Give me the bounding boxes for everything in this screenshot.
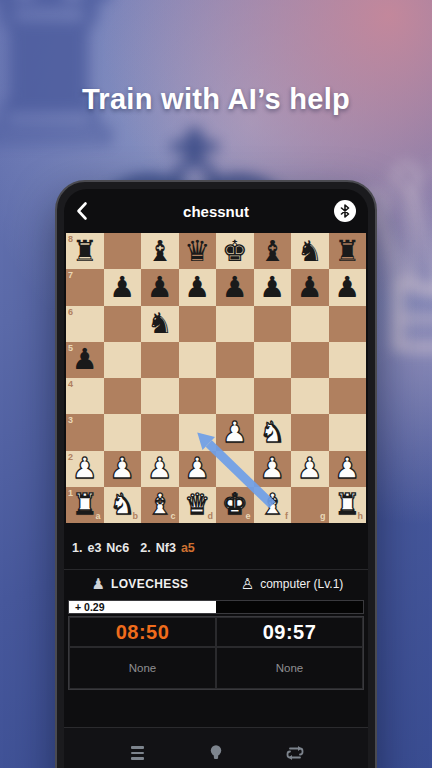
square-d3[interactable] — [179, 414, 217, 450]
square-g2[interactable]: ♟ — [291, 451, 329, 487]
square-b7[interactable]: ♟ — [104, 269, 142, 305]
black-knight[interactable]: ♞ — [141, 306, 179, 342]
square-e8[interactable]: ♚ — [216, 233, 254, 269]
bluetooth-button[interactable] — [334, 200, 356, 222]
square-g7[interactable]: ♟ — [291, 269, 329, 305]
player-right: ♙ computer (Lv.1) — [216, 577, 368, 592]
square-f6[interactable] — [254, 306, 292, 342]
square-b2[interactable]: ♟ — [104, 451, 142, 487]
square-e3[interactable]: ♟ — [216, 414, 254, 450]
square-c3[interactable] — [141, 414, 179, 450]
white-pawn[interactable]: ♟ — [66, 451, 104, 487]
left-clock: 08:50 — [116, 621, 170, 644]
square-a3[interactable]: 3 — [66, 414, 104, 450]
square-h3[interactable] — [329, 414, 367, 450]
square-a2[interactable]: 2♟ — [66, 451, 104, 487]
board-area: 8♜♝♛♚♝♞♜7♟♟♟♟♟♟♟6♞5♟43♟♞2♟♟♟♟♟♟♟1a♜b♞c♝d… — [66, 233, 366, 523]
rank-label-4: 4 — [68, 380, 73, 389]
square-e6[interactable] — [216, 306, 254, 342]
square-b5[interactable] — [104, 342, 142, 378]
evaluation-bar: + 0.29 — [68, 600, 364, 614]
player-left: ♟ LOVECHESS — [64, 577, 216, 592]
right-clock: 09:57 — [263, 621, 317, 644]
clock-table: 08:50 09:57 None None — [68, 616, 364, 690]
square-d5[interactable] — [179, 342, 217, 378]
square-d6[interactable] — [179, 306, 217, 342]
rank-label-6: 6 — [68, 308, 73, 317]
black-pawn[interactable]: ♟ — [254, 269, 292, 305]
square-a1[interactable]: 1a♜ — [66, 487, 104, 523]
black-pawn[interactable]: ♟ — [104, 269, 142, 305]
square-g4[interactable] — [291, 378, 329, 414]
square-e2[interactable] — [216, 451, 254, 487]
left-clock-cell: 08:50 — [69, 617, 216, 647]
move-black-last[interactable]: a5 — [181, 541, 195, 555]
black-rook[interactable]: ♜ — [66, 233, 104, 269]
square-c7[interactable]: ♟ — [141, 269, 179, 305]
white-king[interactable]: ♚ — [216, 487, 254, 523]
square-c2[interactable]: ♟ — [141, 451, 179, 487]
rank-label-7: 7 — [68, 271, 73, 280]
black-pawn[interactable]: ♟ — [66, 342, 104, 378]
app-title: chessnut — [64, 203, 368, 220]
white-pawn[interactable]: ♟ — [254, 451, 292, 487]
black-pawn[interactable]: ♟ — [179, 269, 217, 305]
rank-label-3: 3 — [68, 416, 73, 425]
square-a6[interactable]: 6 — [66, 306, 104, 342]
black-pawn[interactable]: ♟ — [291, 269, 329, 305]
square-d8[interactable]: ♛ — [179, 233, 217, 269]
square-h7[interactable]: ♟ — [329, 269, 367, 305]
square-e7[interactable]: ♟ — [216, 269, 254, 305]
white-pawn[interactable]: ♟ — [179, 451, 217, 487]
app-bar: chessnut — [64, 189, 368, 233]
square-a5[interactable]: 5♟ — [66, 342, 104, 378]
black-bishop[interactable]: ♝ — [141, 233, 179, 269]
square-c5[interactable] — [141, 342, 179, 378]
repeat-icon[interactable] — [284, 743, 306, 763]
square-d4[interactable] — [179, 378, 217, 414]
white-pawn[interactable]: ♟ — [329, 451, 367, 487]
square-a4[interactable]: 4 — [66, 378, 104, 414]
players-row: ♟ LOVECHESS ♙ computer (Lv.1) — [64, 569, 368, 598]
square-c8[interactable]: ♝ — [141, 233, 179, 269]
square-f1[interactable]: f♝ — [254, 487, 292, 523]
white-pawn-icon: ♙ — [241, 577, 254, 592]
black-pawn[interactable]: ♟ — [329, 269, 367, 305]
square-e5[interactable] — [216, 342, 254, 378]
black-knight[interactable]: ♞ — [291, 233, 329, 269]
black-pawn[interactable]: ♟ — [141, 269, 179, 305]
black-bishop[interactable]: ♝ — [254, 233, 292, 269]
white-pawn[interactable]: ♟ — [141, 451, 179, 487]
square-h5[interactable] — [329, 342, 367, 378]
square-b3[interactable] — [104, 414, 142, 450]
square-f2[interactable]: ♟ — [254, 451, 292, 487]
square-b8[interactable] — [104, 233, 142, 269]
app-screen: chessnut 8♜♝♛♚♝♞♜7♟♟♟♟♟♟♟6♞5♟43♟♞2♟♟♟♟♟♟… — [64, 189, 368, 768]
square-b4[interactable] — [104, 378, 142, 414]
square-g1[interactable]: g — [291, 487, 329, 523]
white-rook[interactable]: ♜ — [66, 487, 104, 523]
square-b6[interactable] — [104, 306, 142, 342]
white-knight[interactable]: ♞ — [104, 487, 142, 523]
square-e1[interactable]: e♚ — [216, 487, 254, 523]
move-number: 2. — [140, 541, 150, 555]
black-king[interactable]: ♚ — [216, 233, 254, 269]
white-pawn[interactable]: ♟ — [291, 451, 329, 487]
square-g5[interactable] — [291, 342, 329, 378]
square-d1[interactable]: d♛ — [179, 487, 217, 523]
square-h2[interactable]: ♟ — [329, 451, 367, 487]
square-h8[interactable]: ♜ — [329, 233, 367, 269]
right-pending-cell: None — [216, 647, 363, 689]
square-h1[interactable]: h♜ — [329, 487, 367, 523]
file-label-g: g — [320, 512, 326, 521]
evaluation-white-portion: + 0.29 — [69, 601, 216, 613]
square-f7[interactable]: ♟ — [254, 269, 292, 305]
bluetooth-icon — [339, 204, 351, 218]
phone-mockup: chessnut 8♜♝♛♚♝♞♜7♟♟♟♟♟♟♟6♞5♟43♟♞2♟♟♟♟♟♟… — [55, 180, 377, 768]
black-pawn-icon: ♟ — [91, 577, 104, 592]
move-white[interactable]: Nf3 — [156, 541, 176, 555]
square-a8[interactable]: 8♜ — [66, 233, 104, 269]
square-c6[interactable]: ♞ — [141, 306, 179, 342]
left-pending: None — [129, 662, 157, 674]
white-pawn[interactable]: ♟ — [216, 414, 254, 450]
hero-background: ♜ ♚ ♝ ♕ Train with AI’s help chessnut — [0, 0, 432, 768]
player-left-name: LOVECHESS — [111, 577, 189, 591]
black-rook[interactable]: ♜ — [329, 233, 367, 269]
black-queen[interactable]: ♛ — [179, 233, 217, 269]
move-black[interactable]: Nc6 — [106, 541, 129, 555]
square-d7[interactable]: ♟ — [179, 269, 217, 305]
lightbulb-icon[interactable] — [205, 743, 227, 763]
square-g6[interactable] — [291, 306, 329, 342]
square-a7[interactable]: 7 — [66, 269, 104, 305]
square-c1[interactable]: c♝ — [141, 487, 179, 523]
right-clock-cell: 09:57 — [216, 617, 363, 647]
left-pending-cell: None — [69, 647, 216, 689]
move-list: 1.e3Nc62.Nf3a5 — [72, 537, 360, 559]
menu-icon[interactable] — [126, 743, 148, 763]
move-number: 1. — [72, 541, 82, 555]
white-knight[interactable]: ♞ — [254, 414, 292, 450]
white-queen[interactable]: ♛ — [179, 487, 217, 523]
square-g8[interactable]: ♞ — [291, 233, 329, 269]
square-f3[interactable]: ♞ — [254, 414, 292, 450]
square-f4[interactable] — [254, 378, 292, 414]
hero-title: Train with AI’s help — [0, 83, 432, 116]
square-c4[interactable] — [141, 378, 179, 414]
white-bishop[interactable]: ♝ — [141, 487, 179, 523]
player-right-name: computer (Lv.1) — [260, 577, 343, 591]
square-f5[interactable] — [254, 342, 292, 378]
white-pawn[interactable]: ♟ — [104, 451, 142, 487]
spacer — [64, 690, 368, 727]
square-h6[interactable] — [329, 306, 367, 342]
square-d2[interactable]: ♟ — [179, 451, 217, 487]
white-rook[interactable]: ♜ — [329, 487, 367, 523]
black-pawn[interactable]: ♟ — [216, 269, 254, 305]
square-f8[interactable]: ♝ — [254, 233, 292, 269]
bottom-navbar — [64, 727, 368, 768]
square-e4[interactable] — [216, 378, 254, 414]
right-pending: None — [276, 662, 304, 674]
white-bishop[interactable]: ♝ — [254, 487, 292, 523]
move-white[interactable]: e3 — [87, 541, 101, 555]
square-b1[interactable]: b♞ — [104, 487, 142, 523]
chess-board[interactable]: 8♜♝♛♚♝♞♜7♟♟♟♟♟♟♟6♞5♟43♟♞2♟♟♟♟♟♟♟1a♜b♞c♝d… — [66, 233, 366, 523]
square-g3[interactable] — [291, 414, 329, 450]
square-h4[interactable] — [329, 378, 367, 414]
evaluation-value: + 0.29 — [69, 601, 105, 613]
